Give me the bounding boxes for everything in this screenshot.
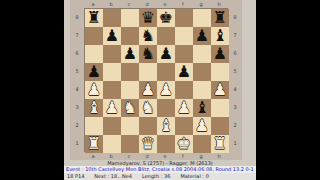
file-label-h: h — [210, 0, 228, 8]
file-label-f: f — [174, 152, 192, 160]
rank-label-7: 7 — [70, 26, 84, 44]
square-h6[interactable]: ♟ — [211, 45, 229, 63]
rank-label-5: 5 — [228, 62, 242, 80]
black-pawn-g7: ♟ — [195, 27, 209, 45]
rank-labels-right: 87654321 — [228, 8, 242, 152]
white-rook-a1: ♜ — [87, 135, 101, 153]
square-a4[interactable]: ♟ — [85, 81, 103, 99]
black-rook-a8: ♜ — [87, 9, 101, 27]
file-labels-top: abcdefgh — [84, 0, 228, 8]
board-squares: ♜♛♚♜♟♞♟♝♟♞♟♟♟♟♟♟♟♟♝♟♞♞♟♝♝♟♜♛♚♜ — [84, 8, 228, 152]
rank-labels-left: 87654321 — [70, 8, 84, 152]
black-queen-d8: ♛ — [141, 9, 155, 27]
file-label-a: a — [84, 0, 102, 8]
square-c2[interactable] — [121, 117, 139, 135]
white-queen-d1: ♛ — [141, 135, 155, 153]
square-d4[interactable]: ♟ — [139, 81, 157, 99]
square-e7[interactable] — [157, 27, 175, 45]
chess-panel: abcdefgh 87654321 ♜♛♚♜♟♞♟♝♟♞♟♟♟♟♟♟♟♟♝♟♞♞… — [64, 0, 256, 180]
rank-label-4: 4 — [70, 80, 84, 98]
rank-label-6: 6 — [228, 44, 242, 62]
square-f6[interactable] — [175, 45, 193, 63]
rank-label-5: 5 — [70, 62, 84, 80]
square-c3[interactable]: ♞ — [121, 99, 139, 117]
square-h5[interactable] — [211, 63, 229, 81]
square-b5[interactable] — [103, 63, 121, 81]
square-b8[interactable] — [103, 9, 121, 27]
corner-spacer — [70, 152, 84, 160]
square-h1[interactable]: ♜ — [211, 135, 229, 153]
white-pawn-h4: ♟ — [213, 81, 227, 99]
file-label-g: g — [192, 0, 210, 8]
square-c7[interactable] — [121, 27, 139, 45]
white-king-f1: ♚ — [177, 135, 191, 153]
square-h3[interactable] — [211, 99, 229, 117]
game-length-value: Length : 36 — [142, 173, 170, 180]
square-e3[interactable] — [157, 99, 175, 117]
square-f7[interactable] — [175, 27, 193, 45]
square-g3[interactable]: ♝ — [193, 99, 211, 117]
square-c8[interactable] — [121, 9, 139, 27]
square-c5[interactable] — [121, 63, 139, 81]
square-b3[interactable]: ♟ — [103, 99, 121, 117]
rank-label-8: 8 — [228, 8, 242, 26]
white-bishop-a3: ♝ — [87, 99, 101, 117]
white-pawn-e4: ♟ — [159, 81, 173, 99]
file-label-g: g — [192, 152, 210, 160]
material-value: Material : 0 — [180, 173, 208, 180]
app-window: abcdefgh 87654321 ♜♛♚♜♟♞♟♝♟♞♟♟♟♟♟♟♟♟♝♟♞♞… — [0, 0, 320, 180]
file-label-c: c — [120, 0, 138, 8]
square-g6[interactable] — [193, 45, 211, 63]
rank-label-1: 1 — [70, 134, 84, 152]
white-bishop-e2: ♝ — [159, 117, 173, 135]
square-c6[interactable]: ♟ — [121, 45, 139, 63]
square-a6[interactable] — [85, 45, 103, 63]
square-f3[interactable]: ♟ — [175, 99, 193, 117]
file-label-f: f — [174, 0, 192, 8]
file-label-e: e — [156, 152, 174, 160]
black-pawn-b7: ♟ — [105, 27, 119, 45]
square-f5[interactable]: ♟ — [175, 63, 193, 81]
square-f8[interactable] — [175, 9, 193, 27]
square-b1[interactable] — [103, 135, 121, 153]
square-g8[interactable] — [193, 9, 211, 27]
rank-label-1: 1 — [228, 134, 242, 152]
square-b6[interactable] — [103, 45, 121, 63]
black-bishop-h7: ♝ — [213, 27, 227, 45]
square-c4[interactable] — [121, 81, 139, 99]
white-pawn-b3: ♟ — [105, 99, 119, 117]
white-pawn-f3: ♟ — [177, 99, 191, 117]
file-label-b: b — [102, 152, 120, 160]
white-pawn-d4: ♟ — [141, 81, 155, 99]
square-f4[interactable] — [175, 81, 193, 99]
square-f2[interactable] — [175, 117, 193, 135]
square-g1[interactable] — [193, 135, 211, 153]
square-e5[interactable] — [157, 63, 175, 81]
file-label-d: d — [138, 0, 156, 8]
square-d2[interactable] — [139, 117, 157, 135]
black-pawn-c6: ♟ — [123, 45, 137, 63]
square-g4[interactable] — [193, 81, 211, 99]
square-g5[interactable] — [193, 63, 211, 81]
black-bishop-g3: ♝ — [195, 99, 209, 117]
square-h4[interactable]: ♟ — [211, 81, 229, 99]
file-label-d: d — [138, 152, 156, 160]
square-h7[interactable]: ♝ — [211, 27, 229, 45]
square-b2[interactable] — [103, 117, 121, 135]
white-knight-c3: ♞ — [123, 99, 137, 117]
clock-value: 18 P14 — [67, 173, 84, 180]
square-d5[interactable] — [139, 63, 157, 81]
rank-label-7: 7 — [228, 26, 242, 44]
status-panel: Mamedyarov, S (2757) - Ragger, M (2613) … — [64, 160, 256, 180]
board-frame: abcdefgh 87654321 ♜♛♚♜♟♞♟♝♟♞♟♟♟♟♟♟♟♟♝♟♞♞… — [70, 0, 242, 160]
square-d1[interactable]: ♛ — [139, 135, 157, 153]
black-knight-d6: ♞ — [141, 45, 155, 63]
file-label-a: a — [84, 152, 102, 160]
rank-label-3: 3 — [228, 98, 242, 116]
square-a1[interactable]: ♜ — [85, 135, 103, 153]
white-pawn-a4: ♟ — [87, 81, 101, 99]
square-g7[interactable]: ♟ — [193, 27, 211, 45]
file-labels-bottom: abcdefgh — [84, 152, 228, 160]
rank-label-8: 8 — [70, 8, 84, 26]
rank-label-4: 4 — [228, 80, 242, 98]
file-label-b: b — [102, 0, 120, 8]
square-a3[interactable]: ♝ — [85, 99, 103, 117]
file-label-c: c — [120, 152, 138, 160]
square-e2[interactable]: ♝ — [157, 117, 175, 135]
square-b4[interactable] — [103, 81, 121, 99]
square-b7[interactable]: ♟ — [103, 27, 121, 45]
square-a5[interactable]: ♟ — [85, 63, 103, 81]
white-pawn-g2: ♟ — [195, 117, 209, 135]
black-pawn-f5: ♟ — [177, 63, 191, 81]
corner-spacer — [228, 152, 242, 160]
white-knight-d3: ♞ — [141, 99, 155, 117]
black-knight-d7: ♞ — [141, 27, 155, 45]
square-c1[interactable] — [121, 135, 139, 153]
square-a8[interactable]: ♜ — [85, 9, 103, 27]
black-king-e8: ♚ — [159, 9, 173, 27]
corner-spacer — [70, 0, 84, 8]
next-move-value: Next : 18...Ne4 — [94, 173, 132, 180]
square-f1[interactable]: ♚ — [175, 135, 193, 153]
file-label-h: h — [210, 152, 228, 160]
event-line[interactable]: Event : 10th Castellvey Men Blitz, Croat… — [64, 166, 256, 173]
corner-spacer — [228, 0, 242, 8]
black-pawn-a5: ♟ — [87, 63, 101, 81]
square-g2[interactable]: ♟ — [193, 117, 211, 135]
square-d7[interactable]: ♞ — [139, 27, 157, 45]
square-e8[interactable]: ♚ — [157, 9, 175, 27]
square-h8[interactable]: ♜ — [211, 9, 229, 27]
square-e1[interactable] — [157, 135, 175, 153]
rank-label-2: 2 — [228, 116, 242, 134]
square-e4[interactable]: ♟ — [157, 81, 175, 99]
square-h2[interactable] — [211, 117, 229, 135]
square-d3[interactable]: ♞ — [139, 99, 157, 117]
square-d8[interactable]: ♛ — [139, 9, 157, 27]
file-label-e: e — [156, 0, 174, 8]
stats-line: 18 P14 Next : 18...Ne4 Length : 36 Mater… — [64, 173, 256, 180]
rank-label-6: 6 — [70, 44, 84, 62]
square-e6[interactable]: ♟ — [157, 45, 175, 63]
square-d6[interactable]: ♞ — [139, 45, 157, 63]
black-pawn-e6: ♟ — [159, 45, 173, 63]
square-a2[interactable] — [85, 117, 103, 135]
square-a7[interactable] — [85, 27, 103, 45]
rank-label-2: 2 — [70, 116, 84, 134]
black-rook-h8: ♜ — [213, 9, 227, 27]
black-pawn-h6: ♟ — [213, 45, 227, 63]
rank-label-3: 3 — [70, 98, 84, 116]
white-rook-h1: ♜ — [213, 135, 227, 153]
